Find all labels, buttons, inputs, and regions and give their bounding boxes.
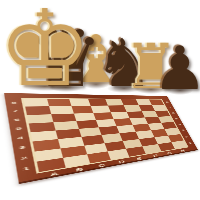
white-king-piece: ♚ (0, 0, 92, 102)
black-pawn-piece: ♟ (153, 38, 200, 98)
chess-set-photo: ♚♛♝♞♜♟ ABCDEFGH 87654321 87654321 (0, 0, 200, 200)
rank-label-left-8: 8 (5, 99, 23, 107)
